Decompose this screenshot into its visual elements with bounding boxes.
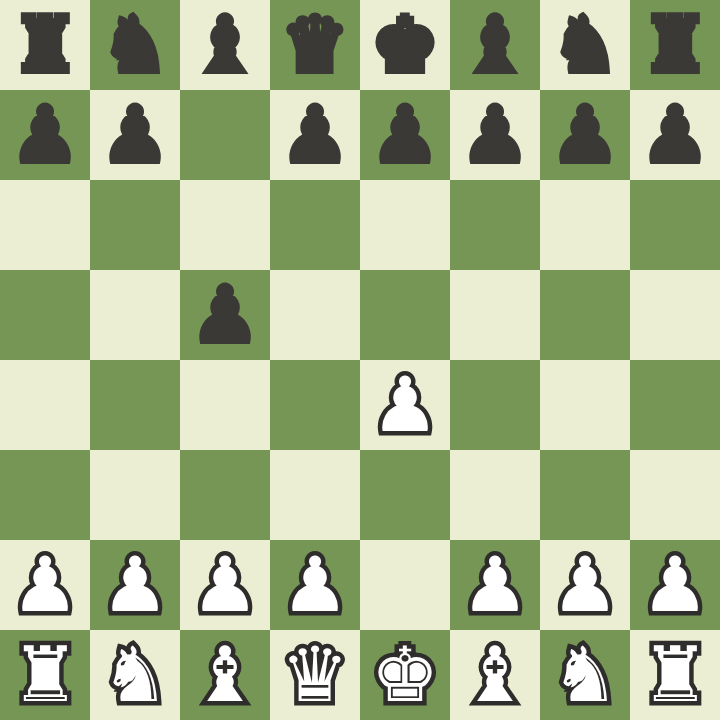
square-h2[interactable] bbox=[630, 540, 720, 630]
square-d1[interactable] bbox=[270, 630, 360, 720]
square-h4[interactable] bbox=[630, 360, 720, 450]
piece-black-queen-d8[interactable] bbox=[270, 0, 360, 90]
piece-white-pawn-h2[interactable] bbox=[630, 540, 720, 630]
square-b6[interactable] bbox=[90, 180, 180, 270]
square-a7[interactable] bbox=[0, 90, 90, 180]
square-g3[interactable] bbox=[540, 450, 630, 540]
square-b8[interactable] bbox=[90, 0, 180, 90]
piece-black-pawn-a7[interactable] bbox=[0, 90, 90, 180]
square-c8[interactable] bbox=[180, 0, 270, 90]
piece-black-pawn-e7[interactable] bbox=[360, 90, 450, 180]
square-d2[interactable] bbox=[270, 540, 360, 630]
square-e4[interactable] bbox=[360, 360, 450, 450]
square-b5[interactable] bbox=[90, 270, 180, 360]
square-g2[interactable] bbox=[540, 540, 630, 630]
piece-black-bishop-f8[interactable] bbox=[450, 0, 540, 90]
square-e7[interactable] bbox=[360, 90, 450, 180]
square-f4[interactable] bbox=[450, 360, 540, 450]
piece-white-pawn-g2[interactable] bbox=[540, 540, 630, 630]
square-g4[interactable] bbox=[540, 360, 630, 450]
square-a2[interactable] bbox=[0, 540, 90, 630]
square-e5[interactable] bbox=[360, 270, 450, 360]
square-h8[interactable] bbox=[630, 0, 720, 90]
piece-white-pawn-a2[interactable] bbox=[0, 540, 90, 630]
piece-white-bishop-f1[interactable] bbox=[450, 630, 540, 720]
piece-white-pawn-f2[interactable] bbox=[450, 540, 540, 630]
piece-black-king-e8[interactable] bbox=[360, 0, 450, 90]
square-d5[interactable] bbox=[270, 270, 360, 360]
piece-black-rook-h8[interactable] bbox=[630, 0, 720, 90]
piece-black-pawn-b7[interactable] bbox=[90, 90, 180, 180]
piece-black-rook-a8[interactable] bbox=[0, 0, 90, 90]
square-f2[interactable] bbox=[450, 540, 540, 630]
square-c4[interactable] bbox=[180, 360, 270, 450]
piece-black-knight-g8[interactable] bbox=[540, 0, 630, 90]
square-c1[interactable] bbox=[180, 630, 270, 720]
square-e2[interactable] bbox=[360, 540, 450, 630]
square-g8[interactable] bbox=[540, 0, 630, 90]
piece-white-king-e1[interactable] bbox=[360, 630, 450, 720]
piece-black-pawn-d7[interactable] bbox=[270, 90, 360, 180]
square-a6[interactable] bbox=[0, 180, 90, 270]
piece-white-pawn-d2[interactable] bbox=[270, 540, 360, 630]
square-e8[interactable] bbox=[360, 0, 450, 90]
piece-black-pawn-g7[interactable] bbox=[540, 90, 630, 180]
piece-black-pawn-h7[interactable] bbox=[630, 90, 720, 180]
square-h6[interactable] bbox=[630, 180, 720, 270]
piece-black-bishop-c8[interactable] bbox=[180, 0, 270, 90]
square-a3[interactable] bbox=[0, 450, 90, 540]
square-f6[interactable] bbox=[450, 180, 540, 270]
piece-white-bishop-c1[interactable] bbox=[180, 630, 270, 720]
piece-white-rook-h1[interactable] bbox=[630, 630, 720, 720]
square-d8[interactable] bbox=[270, 0, 360, 90]
square-h3[interactable] bbox=[630, 450, 720, 540]
square-d7[interactable] bbox=[270, 90, 360, 180]
square-a4[interactable] bbox=[0, 360, 90, 450]
piece-black-pawn-c5[interactable] bbox=[180, 270, 270, 360]
square-g7[interactable] bbox=[540, 90, 630, 180]
square-c6[interactable] bbox=[180, 180, 270, 270]
square-e1[interactable] bbox=[360, 630, 450, 720]
square-f1[interactable] bbox=[450, 630, 540, 720]
piece-white-knight-g1[interactable] bbox=[540, 630, 630, 720]
square-b3[interactable] bbox=[90, 450, 180, 540]
piece-white-pawn-e4[interactable] bbox=[360, 360, 450, 450]
square-b1[interactable] bbox=[90, 630, 180, 720]
piece-black-pawn-f7[interactable] bbox=[450, 90, 540, 180]
square-h7[interactable] bbox=[630, 90, 720, 180]
square-c5[interactable] bbox=[180, 270, 270, 360]
square-a1[interactable] bbox=[0, 630, 90, 720]
piece-white-rook-a1[interactable] bbox=[0, 630, 90, 720]
chess-board bbox=[0, 0, 720, 720]
square-h1[interactable] bbox=[630, 630, 720, 720]
square-d4[interactable] bbox=[270, 360, 360, 450]
square-c3[interactable] bbox=[180, 450, 270, 540]
square-f8[interactable] bbox=[450, 0, 540, 90]
square-b7[interactable] bbox=[90, 90, 180, 180]
square-d3[interactable] bbox=[270, 450, 360, 540]
piece-white-queen-d1[interactable] bbox=[270, 630, 360, 720]
square-c2[interactable] bbox=[180, 540, 270, 630]
square-b2[interactable] bbox=[90, 540, 180, 630]
square-a5[interactable] bbox=[0, 270, 90, 360]
piece-white-pawn-c2[interactable] bbox=[180, 540, 270, 630]
piece-black-knight-b8[interactable] bbox=[90, 0, 180, 90]
square-e3[interactable] bbox=[360, 450, 450, 540]
square-g1[interactable] bbox=[540, 630, 630, 720]
piece-white-knight-b1[interactable] bbox=[90, 630, 180, 720]
square-d6[interactable] bbox=[270, 180, 360, 270]
square-f5[interactable] bbox=[450, 270, 540, 360]
square-h5[interactable] bbox=[630, 270, 720, 360]
square-f3[interactable] bbox=[450, 450, 540, 540]
piece-white-pawn-b2[interactable] bbox=[90, 540, 180, 630]
square-f7[interactable] bbox=[450, 90, 540, 180]
square-g5[interactable] bbox=[540, 270, 630, 360]
square-a8[interactable] bbox=[0, 0, 90, 90]
square-b4[interactable] bbox=[90, 360, 180, 450]
square-g6[interactable] bbox=[540, 180, 630, 270]
square-e6[interactable] bbox=[360, 180, 450, 270]
square-c7[interactable] bbox=[180, 90, 270, 180]
